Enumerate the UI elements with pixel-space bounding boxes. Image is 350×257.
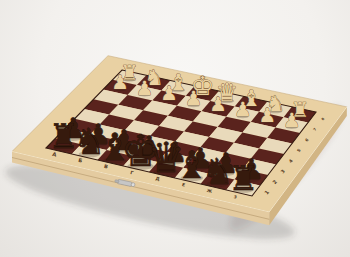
white-pawn: ♟: [111, 71, 129, 94]
white-pawn: ♟: [234, 98, 252, 121]
svg-text:♟: ♟: [160, 82, 178, 105]
chess-set-photo: АБВГДЕЖЗ12345678♜♞♝♚♛♝♞♜♟♟♟♟♟♟♟♟♟♟♟♟♟♟♟♟…: [0, 0, 350, 257]
svg-text:♟: ♟: [185, 87, 203, 110]
svg-text:♟: ♟: [283, 109, 301, 132]
white-pawn: ♟: [160, 82, 178, 105]
photo-scene: АБВГДЕЖЗ12345678♜♞♝♚♛♝♞♜♟♟♟♟♟♟♟♟♟♟♟♟♟♟♟♟…: [0, 0, 350, 257]
white-pawn: ♟: [136, 77, 154, 100]
white-pawn: ♟: [258, 104, 276, 127]
white-pawn: ♟: [283, 109, 301, 132]
svg-text:♟: ♟: [111, 71, 129, 94]
white-pawn: ♟: [185, 87, 203, 110]
svg-text:♟: ♟: [209, 93, 227, 116]
svg-text:♟: ♟: [136, 77, 154, 100]
svg-text:♟: ♟: [258, 104, 276, 127]
white-pawn: ♟: [209, 93, 227, 116]
black-rook: ♜: [228, 158, 259, 198]
svg-text:♟: ♟: [234, 98, 252, 121]
svg-text:♜: ♜: [228, 158, 259, 198]
